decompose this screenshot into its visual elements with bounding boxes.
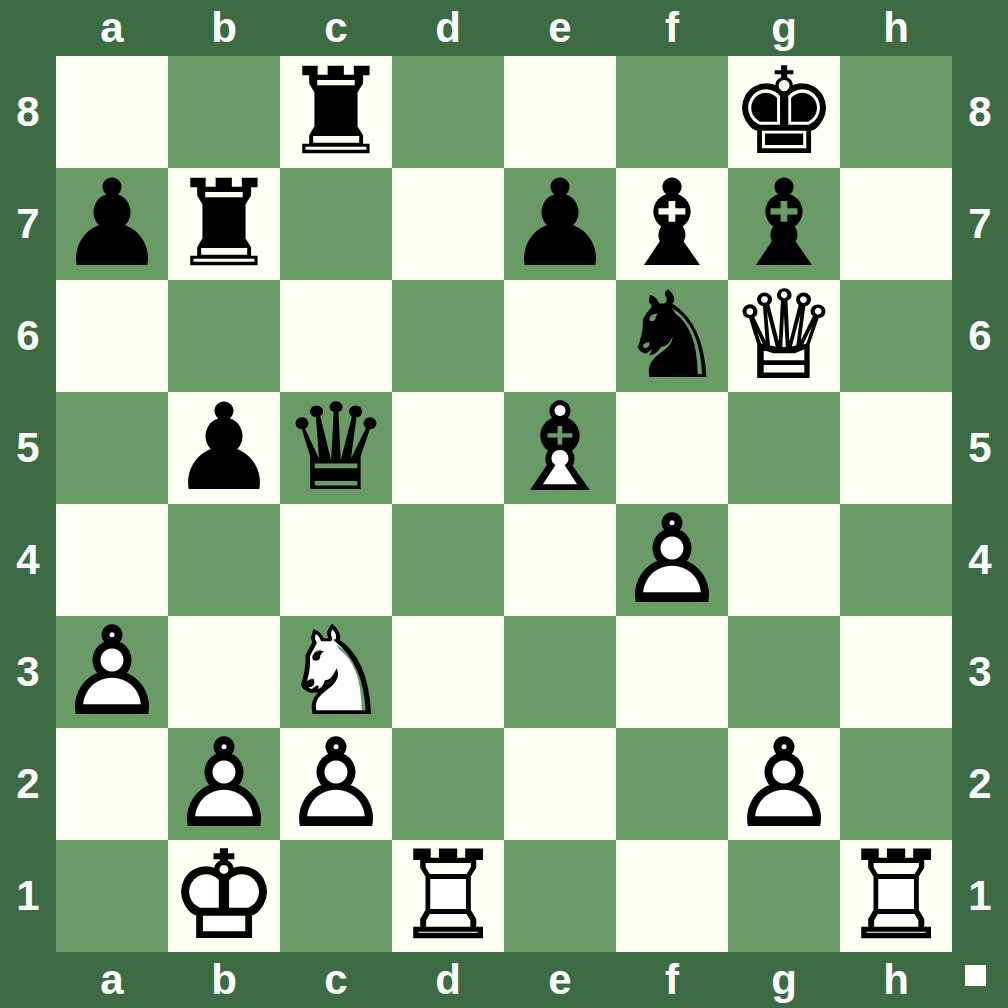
white-pawn[interactable]: ♟♙ [616, 504, 728, 616]
board: ♜♚♟♜♟♝♝♞♛♕♟♛♝♗♟♙♟♙♞♘♟♙♟♙♟♙♚♔♜♖♜♖ [56, 56, 952, 952]
white-pawn-outline: ♙ [616, 504, 728, 616]
white-bishop-outline: ♗ [504, 392, 616, 504]
square-e8[interactable] [504, 56, 616, 168]
file-label-h: h [840, 0, 952, 56]
square-d3[interactable] [392, 616, 504, 728]
black-king[interactable]: ♚ [728, 56, 840, 168]
square-c4[interactable] [280, 504, 392, 616]
file-label-d: d [392, 0, 504, 56]
file-label-e: e [504, 0, 616, 56]
rank-labels-right: 87654321 [952, 56, 1008, 952]
square-f4[interactable]: ♟♙ [616, 504, 728, 616]
white-pawn-outline: ♙ [728, 728, 840, 840]
square-e1[interactable] [504, 840, 616, 952]
file-labels-bottom: abcdefgh [56, 952, 952, 1008]
black-pawn[interactable]: ♟ [504, 168, 616, 280]
square-d7[interactable] [392, 168, 504, 280]
black-pawn[interactable]: ♟ [56, 168, 168, 280]
black-pawn-glyph: ♟ [504, 168, 616, 280]
white-pawn[interactable]: ♟♙ [168, 728, 280, 840]
square-c8[interactable]: ♜ [280, 56, 392, 168]
square-b2[interactable]: ♟♙ [168, 728, 280, 840]
white-bishop[interactable]: ♝♗ [504, 392, 616, 504]
square-d5[interactable] [392, 392, 504, 504]
white-rook[interactable]: ♜♖ [392, 840, 504, 952]
file-label-b: b [168, 0, 280, 56]
square-h8[interactable] [840, 56, 952, 168]
square-f5[interactable] [616, 392, 728, 504]
white-rook[interactable]: ♜♖ [840, 840, 952, 952]
black-pawn-glyph: ♟ [168, 392, 280, 504]
square-b5[interactable]: ♟ [168, 392, 280, 504]
square-d2[interactable] [392, 728, 504, 840]
black-rook[interactable]: ♜ [280, 56, 392, 168]
file-label-e: e [504, 952, 616, 1008]
square-b1[interactable]: ♚♔ [168, 840, 280, 952]
black-bishop[interactable]: ♝ [616, 168, 728, 280]
square-f1[interactable] [616, 840, 728, 952]
square-b6[interactable] [168, 280, 280, 392]
file-label-f: f [616, 952, 728, 1008]
square-h3[interactable] [840, 616, 952, 728]
rank-labels-left: 87654321 [0, 56, 56, 952]
square-a6[interactable] [56, 280, 168, 392]
file-label-a: a [56, 952, 168, 1008]
square-g1[interactable] [728, 840, 840, 952]
black-queen[interactable]: ♛ [280, 392, 392, 504]
rank-label-2: 2 [0, 728, 56, 840]
black-knight-glyph: ♞ [616, 280, 728, 392]
file-label-g: g [728, 952, 840, 1008]
file-label-f: f [616, 0, 728, 56]
square-d4[interactable] [392, 504, 504, 616]
rank-label-6: 6 [952, 280, 1008, 392]
square-g3[interactable] [728, 616, 840, 728]
square-a5[interactable] [56, 392, 168, 504]
rank-label-4: 4 [0, 504, 56, 616]
rank-label-7: 7 [0, 168, 56, 280]
rank-label-1: 1 [952, 840, 1008, 952]
square-a2[interactable] [56, 728, 168, 840]
square-a7[interactable]: ♟ [56, 168, 168, 280]
square-g4[interactable] [728, 504, 840, 616]
white-pawn[interactable]: ♟♙ [728, 728, 840, 840]
white-to-move-indicator [965, 965, 986, 986]
white-pawn[interactable]: ♟♙ [280, 728, 392, 840]
white-rook-outline: ♖ [392, 840, 504, 952]
black-pawn-glyph: ♟ [56, 168, 168, 280]
square-a1[interactable] [56, 840, 168, 952]
rank-label-8: 8 [952, 56, 1008, 168]
white-pawn-outline: ♙ [280, 728, 392, 840]
square-d1[interactable]: ♜♖ [392, 840, 504, 952]
square-f8[interactable] [616, 56, 728, 168]
square-c6[interactable] [280, 280, 392, 392]
rank-label-8: 8 [0, 56, 56, 168]
square-f6[interactable]: ♞ [616, 280, 728, 392]
file-label-a: a [56, 0, 168, 56]
file-label-b: b [168, 952, 280, 1008]
square-a8[interactable] [56, 56, 168, 168]
square-e2[interactable] [504, 728, 616, 840]
square-e3[interactable] [504, 616, 616, 728]
rank-label-1: 1 [0, 840, 56, 952]
square-a4[interactable] [56, 504, 168, 616]
file-label-d: d [392, 952, 504, 1008]
rank-label-5: 5 [0, 392, 56, 504]
square-h2[interactable] [840, 728, 952, 840]
square-b7[interactable]: ♜ [168, 168, 280, 280]
white-pawn-outline: ♙ [168, 728, 280, 840]
black-knight[interactable]: ♞ [616, 280, 728, 392]
square-g8[interactable]: ♚ [728, 56, 840, 168]
white-pawn[interactable]: ♟♙ [56, 616, 168, 728]
white-king[interactable]: ♚♔ [168, 840, 280, 952]
white-queen-outline: ♕ [728, 280, 840, 392]
black-bishop-glyph: ♝ [728, 168, 840, 280]
black-rook-glyph: ♜ [168, 168, 280, 280]
white-pawn-outline: ♙ [56, 616, 168, 728]
square-h6[interactable] [840, 280, 952, 392]
white-queen[interactable]: ♛♕ [728, 280, 840, 392]
file-label-h: h [840, 952, 952, 1008]
square-e5[interactable]: ♝♗ [504, 392, 616, 504]
white-king-outline: ♔ [168, 840, 280, 952]
square-c5[interactable]: ♛ [280, 392, 392, 504]
black-queen-glyph: ♛ [280, 392, 392, 504]
black-pawn[interactable]: ♟ [168, 392, 280, 504]
square-f2[interactable] [616, 728, 728, 840]
black-king-glyph: ♚ [728, 56, 840, 168]
square-c2[interactable]: ♟♙ [280, 728, 392, 840]
black-bishop[interactable]: ♝ [728, 168, 840, 280]
square-f3[interactable] [616, 616, 728, 728]
white-rook-outline: ♖ [840, 840, 952, 952]
black-rook-glyph: ♜ [280, 56, 392, 168]
square-b8[interactable] [168, 56, 280, 168]
black-rook[interactable]: ♜ [168, 168, 280, 280]
square-e7[interactable]: ♟ [504, 168, 616, 280]
file-label-c: c [280, 952, 392, 1008]
square-g2[interactable]: ♟♙ [728, 728, 840, 840]
square-c3[interactable]: ♞♘ [280, 616, 392, 728]
rank-label-5: 5 [952, 392, 1008, 504]
black-bishop-glyph: ♝ [616, 168, 728, 280]
square-b3[interactable] [168, 616, 280, 728]
rank-label-7: 7 [952, 168, 1008, 280]
square-f7[interactable]: ♝ [616, 168, 728, 280]
square-c7[interactable] [280, 168, 392, 280]
square-e4[interactable] [504, 504, 616, 616]
rank-label-3: 3 [952, 616, 1008, 728]
rank-label-3: 3 [0, 616, 56, 728]
square-e6[interactable] [504, 280, 616, 392]
square-g6[interactable]: ♛♕ [728, 280, 840, 392]
square-g7[interactable]: ♝ [728, 168, 840, 280]
rank-label-2: 2 [952, 728, 1008, 840]
square-a3[interactable]: ♟♙ [56, 616, 168, 728]
square-c1[interactable] [280, 840, 392, 952]
square-h5[interactable] [840, 392, 952, 504]
square-g5[interactable] [728, 392, 840, 504]
white-knight-outline: ♘ [280, 616, 392, 728]
rank-label-4: 4 [952, 504, 1008, 616]
chess-diagram: abcdefgh 87654321 ♜♚♟♜♟♝♝♞♛♕♟♛♝♗♟♙♟♙♞♘♟♙… [0, 0, 1008, 1008]
square-d8[interactable] [392, 56, 504, 168]
rank-label-6: 6 [0, 280, 56, 392]
white-knight[interactable]: ♞♘ [280, 616, 392, 728]
square-h4[interactable] [840, 504, 952, 616]
square-h1[interactable]: ♜♖ [840, 840, 952, 952]
square-h7[interactable] [840, 168, 952, 280]
square-b4[interactable] [168, 504, 280, 616]
square-d6[interactable] [392, 280, 504, 392]
